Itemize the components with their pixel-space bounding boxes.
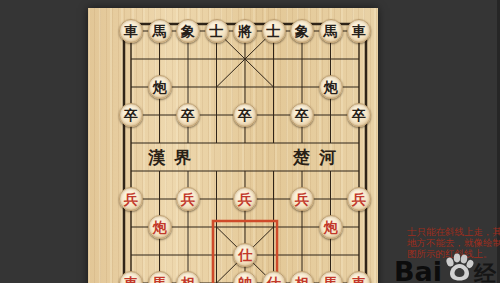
piece-red-炮[interactable]: 炮 xyxy=(319,215,343,239)
piece-black-卒[interactable]: 卒 xyxy=(119,103,143,127)
river-label-right: 楚河 xyxy=(289,146,345,169)
piece-black-馬[interactable]: 馬 xyxy=(148,19,172,43)
piece-black-車[interactable]: 車 xyxy=(119,19,143,43)
xiangqi-board[interactable]: 漢界 楚河 車馬象士將士象馬車炮炮卒卒卒卒卒兵兵兵兵兵炮炮仕車馬相帥仕相馬車 xyxy=(88,8,378,283)
piece-black-車[interactable]: 車 xyxy=(347,19,371,43)
piece-red-兵[interactable]: 兵 xyxy=(176,187,200,211)
piece-black-炮[interactable]: 炮 xyxy=(148,75,172,99)
piece-black-象[interactable]: 象 xyxy=(176,19,200,43)
baidu-watermark: Bai 经验 xyxy=(394,256,500,283)
piece-black-象[interactable]: 象 xyxy=(290,19,314,43)
piece-black-卒[interactable]: 卒 xyxy=(233,103,257,127)
river-label-left: 漢界 xyxy=(144,146,200,169)
watermark-text-bai: Bai xyxy=(394,256,442,283)
piece-black-士[interactable]: 士 xyxy=(262,19,286,43)
piece-black-卒[interactable]: 卒 xyxy=(176,103,200,127)
piece-red-仕[interactable]: 仕 xyxy=(233,243,257,267)
piece-red-炮[interactable]: 炮 xyxy=(148,215,172,239)
piece-black-士[interactable]: 士 xyxy=(205,19,229,43)
piece-black-卒[interactable]: 卒 xyxy=(290,103,314,127)
baidu-paw-icon xyxy=(442,252,476,283)
piece-red-兵[interactable]: 兵 xyxy=(347,187,371,211)
piece-black-馬[interactable]: 馬 xyxy=(319,19,343,43)
piece-red-兵[interactable]: 兵 xyxy=(119,187,143,211)
piece-red-兵[interactable]: 兵 xyxy=(290,187,314,211)
piece-black-炮[interactable]: 炮 xyxy=(319,75,343,99)
piece-black-卒[interactable]: 卒 xyxy=(347,103,371,127)
watermark-text-jingyan: 经验 xyxy=(474,259,500,283)
piece-black-將[interactable]: 將 xyxy=(233,19,257,43)
screenshot-stage: 漢界 楚河 車馬象士將士象馬車炮炮卒卒卒卒卒兵兵兵兵兵炮炮仕車馬相帥仕相馬車 士… xyxy=(0,0,500,283)
piece-red-兵[interactable]: 兵 xyxy=(233,187,257,211)
annotation-line: 地方不能去，就像绘制在如 xyxy=(407,237,500,248)
annotation-line: 士只能在斜线上走，其他 xyxy=(407,226,500,237)
